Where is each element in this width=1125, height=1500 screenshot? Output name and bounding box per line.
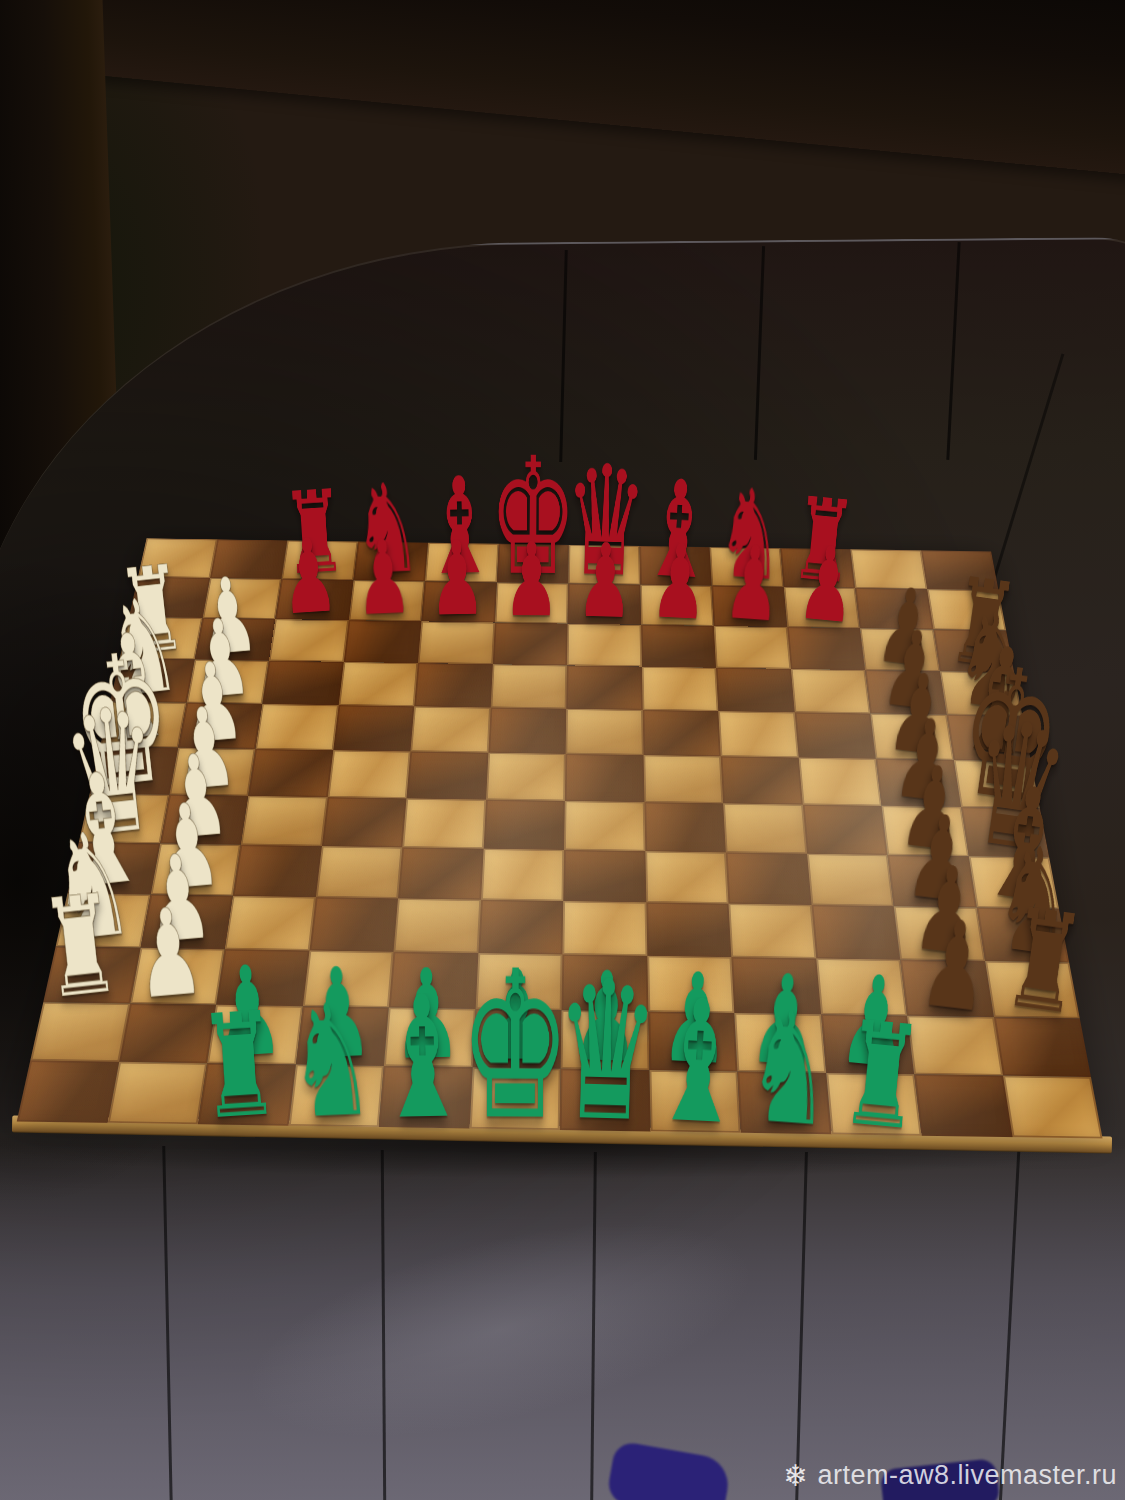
square-12-1[interactable] [17, 1060, 119, 1122]
square-4-7[interactable] [566, 665, 642, 710]
piece-green-rook[interactable]: ♜ [197, 1008, 282, 1124]
square-3-8[interactable] [641, 625, 716, 668]
piece-red-pawn[interactable]: ♟ [723, 542, 784, 626]
square-5-9[interactable] [718, 711, 798, 757]
watermark: ❄ artem-aw8.livemaster.ru [783, 1460, 1117, 1491]
piece-brown-pawn[interactable]: ♟ [918, 916, 994, 1017]
piece-red-pawn[interactable]: ♟ [279, 535, 340, 618]
square-6-5[interactable] [406, 751, 488, 799]
square-7-9[interactable] [723, 803, 806, 853]
piece-white-rook[interactable]: ♜ [38, 890, 123, 1004]
square-8-5[interactable] [398, 847, 483, 899]
square-12-11[interactable] [914, 1074, 1012, 1137]
square-7-5[interactable] [402, 798, 485, 848]
square-6-7[interactable] [565, 754, 644, 802]
square-6-10[interactable] [798, 758, 881, 806]
square-12-10[interactable]: ♜ [826, 1073, 922, 1136]
square-7-4[interactable] [321, 797, 406, 847]
piece-green-knight[interactable]: ♞ [744, 1006, 837, 1133]
square-4-10[interactable] [791, 669, 871, 714]
square-7-7[interactable] [564, 801, 645, 851]
square-11-12[interactable] [993, 1017, 1091, 1077]
square-4-4[interactable] [338, 662, 418, 706]
square-5-5[interactable] [410, 706, 490, 752]
square-8-9[interactable] [726, 852, 811, 904]
piece-green-knight[interactable]: ♞ [286, 1000, 375, 1124]
piece-red-pawn[interactable]: ♟ [429, 539, 486, 620]
square-12-4[interactable]: ♞ [288, 1065, 384, 1128]
piece-green-rook[interactable]: ♜ [838, 1017, 926, 1135]
square-12-2[interactable] [107, 1062, 207, 1124]
square-2-8[interactable]: ♟ [640, 585, 714, 626]
square-6-8[interactable] [643, 755, 723, 803]
square-3-9[interactable] [714, 626, 791, 669]
square-6-4[interactable] [327, 750, 410, 798]
square-8-10[interactable] [807, 854, 894, 907]
square-5-3[interactable] [255, 704, 338, 750]
square-10-12[interactable]: ♜ [985, 961, 1080, 1018]
square-8-4[interactable] [315, 846, 402, 898]
square-6-9[interactable] [721, 756, 803, 804]
square-4-9[interactable] [716, 668, 794, 713]
square-10-1[interactable]: ♜ [43, 946, 140, 1003]
square-12-6[interactable]: ♚ [469, 1067, 560, 1130]
square-7-6[interactable] [483, 800, 565, 850]
snowflake-logo-icon: ❄ [783, 1461, 808, 1491]
square-3-4[interactable] [343, 620, 421, 663]
square-8-7[interactable] [563, 850, 646, 902]
square-8-3[interactable] [233, 845, 322, 897]
square-2-9[interactable]: ♟ [712, 586, 787, 627]
square-12-7[interactable]: ♛ [560, 1069, 650, 1132]
square-3-6[interactable] [492, 623, 567, 666]
square-8-6[interactable] [481, 849, 564, 901]
square-3-5[interactable] [418, 621, 495, 664]
square-7-3[interactable] [241, 796, 328, 846]
square-2-10[interactable]: ♟ [783, 587, 860, 628]
square-6-6[interactable] [486, 753, 566, 801]
square-4-3[interactable] [262, 661, 343, 705]
chessboard: ♜♞♝♚♛♝♞♜♟♟♟♟♟♟♟♟♜♟♟♜♞♟♟♞♝♟♟♝♚♟♟♚♛♟♟♛♝♟♟♝… [17, 442, 1114, 1139]
square-7-8[interactable] [644, 802, 726, 852]
square-5-4[interactable] [333, 705, 414, 751]
square-4-5[interactable] [414, 663, 492, 708]
square-5-8[interactable] [642, 710, 720, 756]
square-5-6[interactable] [488, 708, 566, 754]
piece-green-bishop[interactable]: ♝ [650, 995, 748, 1131]
square-2-5[interactable]: ♟ [421, 581, 496, 622]
square-2-4[interactable]: ♟ [348, 580, 424, 621]
square-12-9[interactable]: ♞ [737, 1072, 831, 1135]
watermark-text: artem-aw8.livemaster.ru [817, 1460, 1117, 1491]
square-7-10[interactable] [802, 805, 887, 855]
board-grid: ♜♞♝♚♛♝♞♜♟♟♟♟♟♟♟♟♜♟♟♜♞♟♟♞♝♟♟♝♚♟♟♚♛♟♟♛♝♟♟♝… [17, 538, 1103, 1138]
square-6-3[interactable] [248, 749, 333, 797]
square-5-7[interactable] [566, 709, 644, 755]
square-11-1[interactable] [30, 1002, 129, 1062]
square-2-3[interactable]: ♟ [275, 579, 353, 620]
square-12-8[interactable]: ♝ [649, 1070, 741, 1133]
square-2-6[interactable]: ♟ [495, 582, 569, 623]
piece-red-pawn[interactable]: ♟ [796, 543, 859, 628]
square-4-8[interactable] [641, 667, 718, 712]
piece-green-king[interactable]: ♚ [459, 966, 571, 1126]
piece-red-pawn[interactable]: ♟ [354, 537, 413, 619]
piece-red-pawn[interactable]: ♟ [576, 541, 634, 622]
square-4-6[interactable] [490, 664, 567, 709]
square-2-7[interactable]: ♟ [568, 584, 641, 625]
square-12-3[interactable]: ♜ [198, 1063, 296, 1126]
square-3-3[interactable] [269, 619, 348, 662]
square-12-12[interactable] [1003, 1076, 1103, 1139]
piece-green-bishop[interactable]: ♝ [376, 992, 470, 1125]
piece-red-pawn[interactable]: ♟ [650, 541, 710, 623]
square-3-10[interactable] [787, 627, 865, 670]
piece-red-pawn[interactable]: ♟ [503, 540, 559, 620]
square-8-8[interactable] [645, 851, 729, 903]
square-3-7[interactable] [567, 624, 642, 667]
square-5-10[interactable] [794, 712, 876, 758]
piece-brown-rook[interactable]: ♜ [1000, 904, 1088, 1020]
